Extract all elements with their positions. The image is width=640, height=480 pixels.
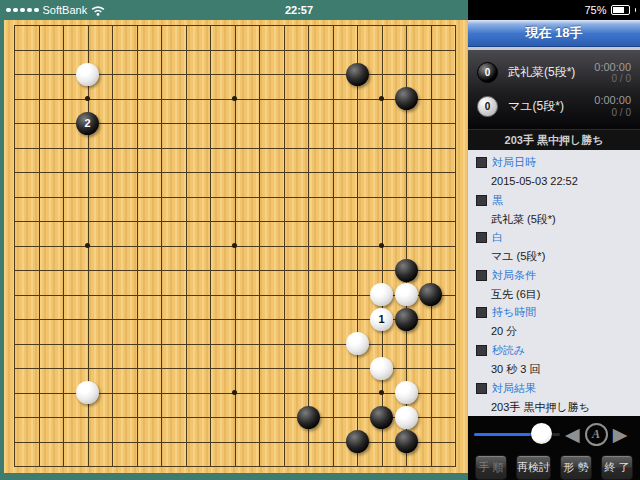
stone-black <box>395 259 418 282</box>
info-value-date: 2015-05-03 22:52 <box>476 172 632 191</box>
game-result-bar: 203手 黒中押し勝ち <box>468 129 640 150</box>
grid-line <box>14 344 456 345</box>
exit-button[interactable]: 終 了 <box>601 455 633 480</box>
star-point <box>379 390 384 395</box>
clock-label: 22:57 <box>285 0 313 20</box>
info-value-conditions: 互先 (6目) <box>476 285 632 304</box>
current-move-header: 現在 18手 <box>468 20 640 47</box>
stone-black <box>297 406 320 429</box>
stone-black <box>395 430 418 453</box>
white-time-main: 0:00:00 <box>594 94 631 107</box>
star-point <box>379 96 384 101</box>
black-time-main: 0:00:00 <box>594 61 631 74</box>
evaluation-button[interactable]: 形 勢 <box>560 455 592 480</box>
info-label-main-time: 持ち時間 <box>476 303 632 322</box>
previous-move-button[interactable]: ◀ <box>565 425 580 444</box>
carrier-label: SoftBank <box>43 4 88 16</box>
grid-line <box>431 25 432 467</box>
status-bar-right: 75% <box>468 0 640 20</box>
stone-black <box>346 430 369 453</box>
white-time-periods: 0 / 0 <box>594 107 631 119</box>
move-number-label: 2 <box>84 117 90 129</box>
signal-strength-icon <box>6 8 39 13</box>
black-player-time: 0:00:00 0 / 0 <box>594 61 631 85</box>
status-bar: SoftBank 22:57 75% <box>0 0 640 20</box>
stone-black <box>419 283 442 306</box>
grid-line <box>14 466 456 467</box>
bullet-icon <box>476 307 487 318</box>
bullet-icon <box>476 270 487 281</box>
stone-white: 1 <box>370 308 393 331</box>
status-bar-left: SoftBank 22:57 <box>0 0 468 20</box>
stone-white <box>370 283 393 306</box>
grid-line <box>259 25 260 467</box>
info-label-conditions: 対局条件 <box>476 266 632 285</box>
info-value-byoyomi: 30 秒 3 回 <box>476 360 632 379</box>
black-player-name: 武礼菜(5段*) <box>508 64 594 81</box>
stone-white <box>346 332 369 355</box>
battery-block: 75% <box>584 0 636 20</box>
go-board[interactable]: 21 <box>4 20 468 473</box>
info-value-black: 武礼菜 (5段*) <box>476 210 632 229</box>
auto-play-button[interactable]: A <box>585 423 608 446</box>
stone-white <box>395 381 418 404</box>
grid-line <box>14 270 456 271</box>
game-info-panel: 対局日時 2015-05-03 22:52 黒 武礼菜 (5段*) 白 マユ (… <box>468 150 640 416</box>
carrier-block: SoftBank <box>6 0 105 20</box>
stone-white <box>370 357 393 380</box>
slider-row: ◀ A ▶ <box>468 416 640 452</box>
info-value-result: 203手 黒中押し勝ち <box>476 398 632 416</box>
move-slider[interactable] <box>474 423 560 445</box>
info-value-main-time: 20 分 <box>476 322 632 341</box>
next-move-button[interactable]: ▶ <box>613 425 628 444</box>
stone-black <box>395 87 418 110</box>
black-stone-icon: 0 <box>477 62 498 83</box>
battery-percent-label: 75% <box>584 4 606 16</box>
black-time-periods: 0 / 0 <box>594 73 631 85</box>
bullet-icon <box>476 383 487 394</box>
white-stone-icon: 0 <box>477 96 498 117</box>
grid-line <box>14 442 456 443</box>
board-background: 21 <box>0 20 468 480</box>
star-point <box>232 243 237 248</box>
player-row-white: 0 マユ(5段*) 0:00:00 0 / 0 <box>477 91 631 121</box>
battery-tip <box>635 8 637 12</box>
stone-white <box>395 406 418 429</box>
stone-white <box>395 283 418 306</box>
player-row-black: 0 武礼菜(5段*) 0:00:00 0 / 0 <box>477 58 631 88</box>
white-player-name: マユ(5段*) <box>508 98 594 115</box>
stone-white <box>76 63 99 86</box>
star-point <box>85 96 90 101</box>
review-button[interactable]: 再検討 <box>516 455 551 480</box>
move-order-button[interactable]: 手 順 <box>475 455 507 480</box>
stone-black: 2 <box>76 112 99 135</box>
star-point <box>232 96 237 101</box>
battery-icon <box>611 5 630 15</box>
players-panel: 0 武礼菜(5段*) 0:00:00 0 / 0 0 マユ(5段*) 0:00:… <box>468 50 640 129</box>
game-sidebar: 現在 18手 0 武礼菜(5段*) 0:00:00 0 / 0 0 マユ(5段*… <box>468 20 640 480</box>
info-label-byoyomi: 秒読み <box>476 341 632 360</box>
stone-black <box>395 308 418 331</box>
grid-line <box>357 25 358 467</box>
white-player-time: 0:00:00 0 / 0 <box>594 94 631 118</box>
grid-line <box>455 25 456 467</box>
stone-black <box>346 63 369 86</box>
bullet-icon <box>476 157 487 168</box>
bullet-icon <box>476 232 487 243</box>
grid-line <box>284 25 285 467</box>
playback-controls: ◀ A ▶ 手 順 再検討 形 勢 終 了 <box>468 416 640 480</box>
bullet-icon <box>476 345 487 356</box>
star-point <box>379 243 384 248</box>
star-point <box>85 243 90 248</box>
grid-line <box>333 25 334 467</box>
action-button-row: 手 順 再検討 形 勢 終 了 <box>468 452 640 480</box>
grid-line <box>308 25 309 467</box>
info-label-white: 白 <box>476 228 632 247</box>
wifi-icon <box>91 5 105 16</box>
star-point <box>232 390 237 395</box>
move-number-label: 1 <box>378 313 384 325</box>
info-label-date: 対局日時 <box>476 153 632 172</box>
stone-black <box>370 406 393 429</box>
bullet-icon <box>476 195 487 206</box>
info-label-black: 黒 <box>476 191 632 210</box>
info-label-result: 対局結果 <box>476 379 632 398</box>
info-value-white: マユ (5段*) <box>476 247 632 266</box>
slider-thumb[interactable] <box>531 423 552 444</box>
app-screen: SoftBank 22:57 75% 21 現在 18手 <box>0 0 640 480</box>
stone-white <box>76 381 99 404</box>
